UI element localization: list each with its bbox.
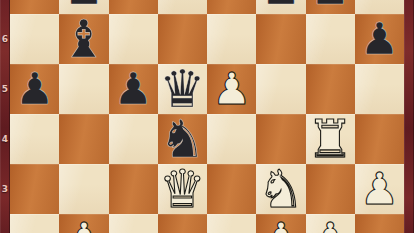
square-f2[interactable]: ♟	[256, 214, 305, 233]
piece-black-pawn-f7[interactable]: ♟	[256, 0, 305, 14]
square-h5[interactable]	[355, 64, 404, 114]
chess-board: ♟♟♟♝♟♟♟♛♟♞♜♛♞♟♟♟♟	[10, 0, 404, 233]
square-h7[interactable]	[355, 0, 404, 14]
piece-white-pawn-f2[interactable]: ♟	[256, 214, 305, 233]
chess-board-screenshot: ♟♟♟♝♟♟♟♛♟♞♜♛♞♟♟♟♟ 6 5 4 3	[0, 0, 414, 233]
square-c3[interactable]	[109, 164, 158, 214]
square-c2[interactable]	[109, 214, 158, 233]
square-h2[interactable]	[355, 214, 404, 233]
piece-white-pawn-e5[interactable]: ♟	[207, 64, 256, 114]
square-c6[interactable]	[109, 14, 158, 64]
piece-white-rook-g4[interactable]: ♜	[306, 114, 355, 164]
piece-black-pawn-a5[interactable]: ♟	[10, 64, 59, 114]
square-d7[interactable]	[158, 0, 207, 14]
square-h3[interactable]: ♟	[355, 164, 404, 214]
square-b3[interactable]	[59, 164, 108, 214]
square-g5[interactable]	[306, 64, 355, 114]
piece-white-pawn-g2[interactable]: ♟	[306, 214, 355, 233]
square-c5[interactable]: ♟	[109, 64, 158, 114]
square-d2[interactable]	[158, 214, 207, 233]
piece-black-pawn-c5[interactable]: ♟	[109, 64, 158, 114]
square-e4[interactable]	[207, 114, 256, 164]
square-h6[interactable]: ♟	[355, 14, 404, 64]
square-b4[interactable]	[59, 114, 108, 164]
square-e5[interactable]: ♟	[207, 64, 256, 114]
piece-black-bishop-b6[interactable]: ♝	[59, 14, 108, 64]
square-d6[interactable]	[158, 14, 207, 64]
square-e3[interactable]	[207, 164, 256, 214]
piece-black-pawn-g7[interactable]: ♟	[306, 0, 355, 14]
square-a2[interactable]	[10, 214, 59, 233]
piece-white-queen-d3[interactable]: ♛	[158, 164, 207, 214]
square-h4[interactable]	[355, 114, 404, 164]
square-d3[interactable]: ♛	[158, 164, 207, 214]
square-a6[interactable]	[10, 14, 59, 64]
piece-black-pawn-h6[interactable]: ♟	[355, 14, 404, 64]
square-b2[interactable]: ♟	[59, 214, 108, 233]
piece-white-knight-f3[interactable]: ♞	[256, 164, 305, 214]
piece-white-pawn-h3[interactable]: ♟	[355, 164, 404, 214]
square-a5[interactable]: ♟	[10, 64, 59, 114]
square-g3[interactable]	[306, 164, 355, 214]
square-f5[interactable]	[256, 64, 305, 114]
square-f6[interactable]	[256, 14, 305, 64]
square-g4[interactable]: ♜	[306, 114, 355, 164]
square-g7[interactable]: ♟	[306, 0, 355, 14]
square-g6[interactable]	[306, 14, 355, 64]
square-g2[interactable]: ♟	[306, 214, 355, 233]
square-f3[interactable]: ♞	[256, 164, 305, 214]
square-a3[interactable]	[10, 164, 59, 214]
square-a7[interactable]	[10, 0, 59, 14]
square-c4[interactable]	[109, 114, 158, 164]
rank-label-5: 5	[0, 84, 10, 94]
square-d5[interactable]: ♛	[158, 64, 207, 114]
square-d4[interactable]: ♞	[158, 114, 207, 164]
square-e7[interactable]	[207, 0, 256, 14]
rank-label-4: 4	[0, 134, 10, 144]
piece-white-pawn-b2[interactable]: ♟	[59, 214, 108, 233]
square-e2[interactable]	[207, 214, 256, 233]
rank-label-3: 3	[0, 184, 10, 194]
square-b6[interactable]: ♝	[59, 14, 108, 64]
square-a4[interactable]	[10, 114, 59, 164]
piece-black-knight-d4[interactable]: ♞	[158, 114, 207, 164]
square-f7[interactable]: ♟	[256, 0, 305, 14]
square-c7[interactable]	[109, 0, 158, 14]
rank-label-6: 6	[0, 34, 10, 44]
square-f4[interactable]	[256, 114, 305, 164]
square-e6[interactable]	[207, 14, 256, 64]
board-frame-right	[404, 0, 414, 233]
piece-black-queen-d5[interactable]: ♛	[158, 64, 207, 114]
square-b5[interactable]	[59, 64, 108, 114]
